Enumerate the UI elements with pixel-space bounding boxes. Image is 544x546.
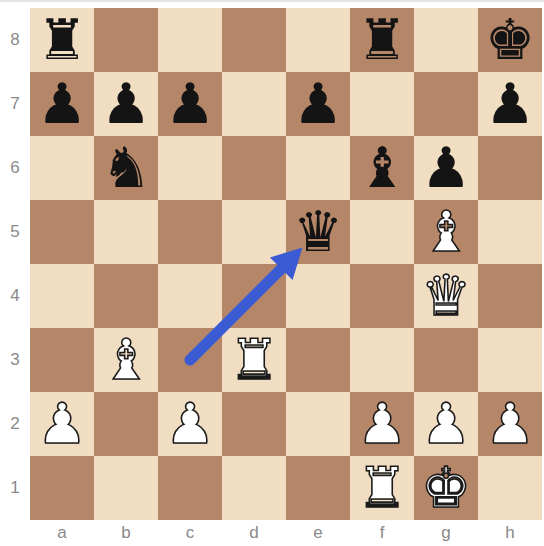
rank-label-6: 6 (0, 136, 30, 200)
square-b6[interactable]: ♞ (94, 136, 158, 200)
file-label-f: f (350, 520, 414, 546)
piece-white-rook[interactable]: ♜ (222, 328, 286, 392)
square-g6[interactable]: ♟ (414, 136, 478, 200)
rank-label-8: 8 (0, 8, 30, 72)
piece-black-pawn[interactable]: ♟ (158, 72, 222, 136)
square-e3[interactable] (286, 328, 350, 392)
square-h4[interactable] (478, 264, 542, 328)
square-d3[interactable]: ♜ (222, 328, 286, 392)
piece-black-king[interactable]: ♚ (478, 8, 542, 72)
piece-black-knight[interactable]: ♞ (94, 136, 158, 200)
square-c3[interactable] (158, 328, 222, 392)
square-e8[interactable] (286, 8, 350, 72)
square-h2[interactable]: ♟ (478, 392, 542, 456)
square-b3[interactable]: ♝ (94, 328, 158, 392)
file-label-h: h (478, 520, 542, 546)
square-a4[interactable] (30, 264, 94, 328)
square-a3[interactable] (30, 328, 94, 392)
rank-label-4: 4 (0, 264, 30, 328)
square-f7[interactable] (350, 72, 414, 136)
square-e5[interactable]: ♛ (286, 200, 350, 264)
square-g2[interactable]: ♟ (414, 392, 478, 456)
square-e1[interactable] (286, 456, 350, 520)
square-e7[interactable]: ♟ (286, 72, 350, 136)
square-f5[interactable] (350, 200, 414, 264)
square-b7[interactable]: ♟ (94, 72, 158, 136)
piece-black-queen[interactable]: ♛ (286, 200, 350, 264)
piece-black-rook[interactable]: ♜ (350, 8, 414, 72)
square-d5[interactable] (222, 200, 286, 264)
piece-black-rook[interactable]: ♜ (30, 8, 94, 72)
square-h5[interactable] (478, 200, 542, 264)
piece-white-bishop[interactable]: ♝ (414, 200, 478, 264)
square-f2[interactable]: ♟ (350, 392, 414, 456)
square-h6[interactable] (478, 136, 542, 200)
piece-black-pawn[interactable]: ♟ (94, 72, 158, 136)
square-a2[interactable]: ♟ (30, 392, 94, 456)
piece-white-pawn[interactable]: ♟ (350, 392, 414, 456)
square-f8[interactable]: ♜ (350, 8, 414, 72)
square-c1[interactable] (158, 456, 222, 520)
square-e6[interactable] (286, 136, 350, 200)
square-b8[interactable] (94, 8, 158, 72)
square-g4[interactable]: ♛ (414, 264, 478, 328)
square-d2[interactable] (222, 392, 286, 456)
square-f4[interactable] (350, 264, 414, 328)
top-edge-divider (0, 0, 544, 2)
square-d6[interactable] (222, 136, 286, 200)
square-c5[interactable] (158, 200, 222, 264)
square-b1[interactable] (94, 456, 158, 520)
square-a1[interactable] (30, 456, 94, 520)
piece-black-pawn[interactable]: ♟ (414, 136, 478, 200)
piece-white-pawn[interactable]: ♟ (478, 392, 542, 456)
square-f1[interactable]: ♜ (350, 456, 414, 520)
file-label-b: b (94, 520, 158, 546)
square-g5[interactable]: ♝ (414, 200, 478, 264)
piece-white-pawn[interactable]: ♟ (158, 392, 222, 456)
piece-white-pawn[interactable]: ♟ (30, 392, 94, 456)
square-d8[interactable] (222, 8, 286, 72)
rank-labels: 87654321 (0, 8, 30, 520)
file-label-g: g (414, 520, 478, 546)
square-c4[interactable] (158, 264, 222, 328)
piece-white-bishop[interactable]: ♝ (94, 328, 158, 392)
rank-label-5: 5 (0, 200, 30, 264)
rank-label-1: 1 (0, 456, 30, 520)
square-g3[interactable] (414, 328, 478, 392)
square-h7[interactable]: ♟ (478, 72, 542, 136)
square-c8[interactable] (158, 8, 222, 72)
square-g7[interactable] (414, 72, 478, 136)
square-a6[interactable] (30, 136, 94, 200)
square-a8[interactable]: ♜ (30, 8, 94, 72)
square-d1[interactable] (222, 456, 286, 520)
square-g8[interactable] (414, 8, 478, 72)
square-h8[interactable]: ♚ (478, 8, 542, 72)
rank-label-3: 3 (0, 328, 30, 392)
chess-board[interactable]: ♜♜♚♟♟♟♟♟♞♝♟♛♝♛♝♜♟♟♟♟♟♜♚ (30, 8, 542, 520)
file-label-e: e (286, 520, 350, 546)
square-a7[interactable]: ♟ (30, 72, 94, 136)
square-e2[interactable] (286, 392, 350, 456)
rank-label-2: 2 (0, 392, 30, 456)
piece-white-queen[interactable]: ♛ (414, 264, 478, 328)
square-c2[interactable]: ♟ (158, 392, 222, 456)
square-g1[interactable]: ♚ (414, 456, 478, 520)
file-label-c: c (158, 520, 222, 546)
square-c6[interactable] (158, 136, 222, 200)
square-d4[interactable] (222, 264, 286, 328)
file-label-a: a (30, 520, 94, 546)
square-f3[interactable] (350, 328, 414, 392)
square-b4[interactable] (94, 264, 158, 328)
file-label-d: d (222, 520, 286, 546)
square-b2[interactable] (94, 392, 158, 456)
square-a5[interactable] (30, 200, 94, 264)
piece-black-pawn[interactable]: ♟ (478, 72, 542, 136)
rank-label-7: 7 (0, 72, 30, 136)
piece-white-pawn[interactable]: ♟ (414, 392, 478, 456)
piece-white-king[interactable]: ♚ (414, 456, 478, 520)
square-f6[interactable]: ♝ (350, 136, 414, 200)
piece-black-bishop[interactable]: ♝ (350, 136, 414, 200)
square-d7[interactable] (222, 72, 286, 136)
piece-black-pawn[interactable]: ♟ (286, 72, 350, 136)
square-c7[interactable]: ♟ (158, 72, 222, 136)
piece-black-pawn[interactable]: ♟ (30, 72, 94, 136)
square-h3[interactable] (478, 328, 542, 392)
chess-app: 87654321 ♜♜♚♟♟♟♟♟♞♝♟♛♝♛♝♜♟♟♟♟♟♜♚ abcdefg… (0, 0, 544, 546)
square-e4[interactable] (286, 264, 350, 328)
piece-white-rook[interactable]: ♜ (350, 456, 414, 520)
file-labels: abcdefgh (30, 520, 542, 546)
square-b5[interactable] (94, 200, 158, 264)
square-h1[interactable] (478, 456, 542, 520)
